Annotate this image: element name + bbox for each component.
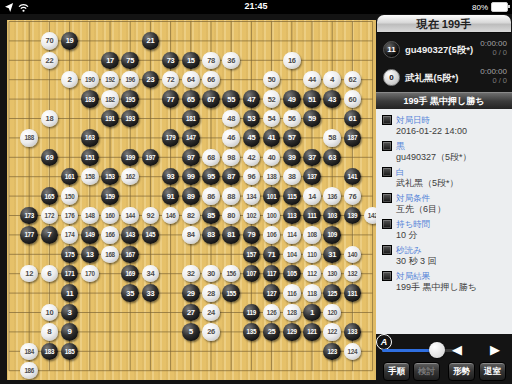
- white-player-name: 武礼黑(5段*): [405, 72, 458, 85]
- clock-time: 21:45: [0, 1, 512, 11]
- white-stone-move-82: 82: [182, 207, 200, 225]
- black-stone-move-17: 17: [101, 52, 119, 70]
- black-stone-move-69: 69: [41, 149, 59, 167]
- black-stone-move-147: 147: [182, 129, 200, 147]
- black-captures-badge: 11: [383, 41, 400, 58]
- white-stone-move-30: 30: [202, 265, 220, 283]
- white-stone-move-112: 112: [303, 265, 321, 283]
- leave-room-button[interactable]: 退室: [479, 362, 506, 381]
- black-stone-move-113: 113: [283, 207, 301, 225]
- black-stone-move-105: 105: [283, 265, 301, 283]
- black-stone-move-83: 83: [202, 226, 220, 244]
- black-stone-move-127: 127: [263, 284, 281, 302]
- white-stone-move-120: 120: [323, 304, 341, 322]
- black-stone-move-19: 19: [61, 32, 79, 50]
- white-stone-move-114: 114: [283, 226, 301, 244]
- white-stone-move-136: 136: [323, 187, 341, 205]
- black-stone-move-47: 47: [243, 90, 261, 108]
- black-stone-move-89: 89: [182, 187, 200, 205]
- info-item-black: 黒 gu490327（5段*）: [382, 141, 512, 163]
- black-stone-move-59: 59: [303, 110, 321, 128]
- black-stone-move-51: 51: [303, 90, 321, 108]
- black-stone-move-79: 79: [243, 226, 261, 244]
- black-stone-move-11: 11: [61, 284, 79, 302]
- white-stone-move-68: 68: [202, 149, 220, 167]
- black-stone-move-133: 133: [344, 323, 362, 341]
- white-stone-move-8: 8: [41, 323, 59, 341]
- black-stone-move-25: 25: [263, 323, 281, 341]
- white-stone-move-76: 76: [344, 187, 362, 205]
- info-item-main-time: 持ち時間 10 分: [382, 219, 512, 241]
- result-bar: 199手 黒中押し勝ち: [376, 92, 512, 110]
- white-stone-move-174: 174: [61, 226, 79, 244]
- white-stone-move-24: 24: [202, 304, 220, 322]
- white-stone-move-148: 148: [81, 207, 99, 225]
- white-stone-move-86: 86: [202, 187, 220, 205]
- black-stone-move-189: 189: [81, 90, 99, 108]
- black-stone-move-151: 151: [81, 149, 99, 167]
- white-stone-move-192: 192: [101, 71, 119, 89]
- white-stone-move-26: 26: [202, 323, 220, 341]
- bottom-button-row: 手順 検討 形勢 退室: [376, 362, 512, 384]
- white-stone-move-118: 118: [303, 284, 321, 302]
- board-frame-bottom: [0, 380, 376, 384]
- white-stone-move-188: 188: [20, 129, 38, 147]
- battery-icon: [491, 2, 508, 12]
- black-stone-move-99: 99: [182, 168, 200, 186]
- white-player-time: 0:00:00 0 / 0: [480, 67, 507, 85]
- white-stone-move-52: 52: [263, 90, 281, 108]
- white-stone-move-122: 122: [323, 323, 341, 341]
- app-window: 21:45 80% 701921221775731578361621901921…: [0, 0, 512, 384]
- black-stone-move-77: 77: [162, 90, 180, 108]
- black-stone-move-129: 129: [283, 323, 301, 341]
- black-stone-move-137: 137: [303, 168, 321, 186]
- white-stone-move-32: 32: [182, 265, 200, 283]
- info-item-white: 白 武礼黑（5段*）: [382, 167, 512, 189]
- next-move-button[interactable]: ▶: [488, 342, 502, 358]
- black-stone-move-121: 121: [303, 323, 321, 341]
- black-stone-move-103: 103: [323, 207, 341, 225]
- black-stone-move-63: 63: [323, 149, 341, 167]
- black-stone-move-41: 41: [263, 129, 281, 147]
- info-item-conditions: 対局条件 互先（6目）: [382, 193, 512, 215]
- black-stone-move-39: 39: [283, 149, 301, 167]
- black-stone-move-135: 135: [243, 323, 261, 341]
- status-bar: 21:45 80%: [0, 0, 512, 14]
- black-stone-move-95: 95: [202, 168, 220, 186]
- battery-percent: 80%: [472, 3, 488, 12]
- white-stone-move-56: 56: [283, 110, 301, 128]
- black-stone-move-159: 159: [101, 187, 119, 205]
- black-player-time: 0:00:00 0 / 0: [480, 39, 507, 57]
- white-stone-move-28: 28: [202, 284, 220, 302]
- black-stone-move-101: 101: [263, 187, 281, 205]
- black-stone-move-9: 9: [61, 323, 79, 341]
- auto-play-button[interactable]: A: [376, 334, 392, 350]
- white-stone-move-184: 184: [20, 343, 38, 361]
- black-stone-move-173: 173: [20, 207, 38, 225]
- white-stone-move-166: 166: [101, 226, 119, 244]
- white-stone-move-150: 150: [61, 187, 79, 205]
- white-stone-move-160: 160: [101, 207, 119, 225]
- black-player-name: gu490327(5段*): [405, 44, 473, 57]
- black-stone-move-143: 143: [121, 226, 139, 244]
- white-stone-move-110: 110: [303, 246, 321, 264]
- black-stone-move-123: 123: [323, 343, 341, 361]
- white-stone-move-16: 16: [283, 52, 301, 70]
- white-stone-move-22: 22: [41, 52, 59, 70]
- white-stone-move-42: 42: [243, 149, 261, 167]
- info-item-date: 対局日時 2016-01-22 14:00: [382, 115, 512, 137]
- black-stone-move-115: 115: [283, 187, 301, 205]
- white-stone-move-70: 70: [41, 32, 59, 50]
- black-stone-move-199: 199: [121, 149, 139, 167]
- white-stone-move-46: 46: [222, 129, 240, 147]
- black-stone-move-33: 33: [142, 284, 160, 302]
- white-stone-move-88: 88: [222, 187, 240, 205]
- black-stone-move-49: 49: [283, 90, 301, 108]
- black-stone-move-145: 145: [142, 226, 160, 244]
- board-bullet-icon: [382, 219, 392, 229]
- sidebar: 現在 199手 11 gu490327(5段*) 0:00:00 0 / 0 0…: [376, 14, 512, 384]
- white-stone-move-182: 182: [101, 90, 119, 108]
- game-info-panel: 対局日時 2016-01-22 14:00 黒 gu490327（5段*） 白 …: [376, 109, 512, 334]
- black-stone-move-183: 183: [41, 343, 59, 361]
- black-stone-move-15: 15: [182, 52, 200, 70]
- black-stone-move-13: 13: [81, 246, 99, 264]
- black-stone-move-7: 7: [41, 226, 59, 244]
- current-move-header: 現在 199手: [377, 15, 511, 33]
- white-stone-move-144: 144: [121, 207, 139, 225]
- black-stone-move-153: 153: [101, 168, 119, 186]
- white-stone-move-124: 124: [344, 343, 362, 361]
- white-stone-move-84: 84: [182, 226, 200, 244]
- white-stone-move-64: 64: [182, 71, 200, 89]
- black-stone-move-45: 45: [243, 129, 261, 147]
- white-stone-move-108: 108: [303, 226, 321, 244]
- black-stone-move-109: 109: [323, 226, 341, 244]
- black-stone-move-21: 21: [142, 32, 160, 50]
- black-stone-move-149: 149: [81, 226, 99, 244]
- board-bullet-icon: [382, 141, 392, 151]
- board-bullet-icon: [382, 193, 392, 203]
- white-stone-move-98: 98: [222, 149, 240, 167]
- board-bullet-icon: [382, 167, 392, 177]
- black-stone-move-57: 57: [283, 129, 301, 147]
- white-stone-move-134: 134: [243, 187, 261, 205]
- black-stone-move-43: 43: [323, 90, 341, 108]
- white-stone-move-44: 44: [303, 71, 321, 89]
- white-captures-badge: 0: [383, 69, 400, 86]
- black-stone-move-177: 177: [20, 226, 38, 244]
- black-stone-move-163: 163: [81, 129, 99, 147]
- black-stone-move-193: 193: [121, 110, 139, 128]
- black-stone-move-65: 65: [182, 90, 200, 108]
- white-stone-move-104: 104: [283, 246, 301, 264]
- black-stone-move-197: 197: [142, 149, 160, 167]
- black-stone-move-131: 131: [344, 284, 362, 302]
- black-stone-move-97: 97: [182, 149, 200, 167]
- evaluation-button[interactable]: 形勢: [448, 362, 475, 381]
- white-stone-move-80: 80: [222, 207, 240, 225]
- white-stone-move-106: 106: [263, 226, 281, 244]
- go-board: 7019212217757315783616219019219623726466…: [0, 14, 376, 384]
- board-bullet-icon: [382, 271, 392, 281]
- white-stone-move-58: 58: [323, 129, 341, 147]
- white-stone-move-14: 14: [303, 187, 321, 205]
- black-stone-move-75: 75: [121, 52, 139, 70]
- white-stone-move-38: 38: [283, 168, 301, 186]
- playback-controls: ◀ A ▶: [376, 334, 512, 360]
- black-stone-move-155: 155: [222, 284, 240, 302]
- white-stone-move-140: 140: [344, 246, 362, 264]
- black-stone-move-35: 35: [121, 284, 139, 302]
- black-stone-move-179: 179: [162, 129, 180, 147]
- moves-button[interactable]: 手順: [383, 362, 410, 381]
- white-stone-move-168: 168: [101, 246, 119, 264]
- black-stone-move-191: 191: [101, 110, 119, 128]
- white-stone-move-128: 128: [283, 304, 301, 322]
- white-stone-move-48: 48: [222, 110, 240, 128]
- black-stone-move-157: 157: [243, 246, 261, 264]
- black-stone-move-85: 85: [202, 207, 220, 225]
- white-stone-move-116: 116: [283, 284, 301, 302]
- player-row-black: 11 gu490327(5段*) 0:00:00 0 / 0: [376, 35, 512, 62]
- info-item-result: 対局結果 199手 黒中押し勝ち: [382, 271, 512, 293]
- black-stone-move-29: 29: [182, 284, 200, 302]
- white-stone-move-66: 66: [202, 71, 220, 89]
- black-stone-move-1: 1: [303, 304, 321, 322]
- black-stone-move-125: 125: [323, 284, 341, 302]
- black-stone-move-195: 195: [121, 90, 139, 108]
- white-stone-move-142: 142: [364, 207, 376, 225]
- board-bullet-icon: [382, 245, 392, 255]
- player-row-white: 0 武礼黑(5段*) 0:00:00 0 / 0: [376, 63, 512, 90]
- black-stone-move-181: 181: [182, 110, 200, 128]
- white-stone-move-36: 36: [222, 52, 240, 70]
- white-stone-move-170: 170: [81, 265, 99, 283]
- black-stone-move-5: 5: [182, 323, 200, 341]
- white-stone-move-60: 60: [344, 90, 362, 108]
- info-item-byoyomi: 秒読み 30 秒 3 回: [382, 245, 512, 267]
- black-stone-move-55: 55: [222, 90, 240, 108]
- move-slider-knob[interactable]: [429, 342, 445, 358]
- black-stone-move-31: 31: [323, 246, 341, 264]
- black-stone-move-167: 167: [121, 246, 139, 264]
- board-frame-left: [0, 14, 7, 384]
- black-stone-move-27: 27: [182, 304, 200, 322]
- review-button[interactable]: 検討: [413, 362, 440, 381]
- black-stone-move-165: 165: [41, 187, 59, 205]
- white-stone-move-190: 190: [81, 71, 99, 89]
- black-stone-move-67: 67: [202, 90, 220, 108]
- board-bullet-icon: [382, 115, 392, 125]
- prev-move-button[interactable]: ◀: [450, 342, 464, 358]
- black-stone-move-37: 37: [303, 149, 321, 167]
- black-stone-move-111: 111: [303, 207, 321, 225]
- black-stone-move-81: 81: [222, 226, 240, 244]
- board-frame-top: [0, 14, 376, 20]
- white-stone-move-78: 78: [202, 52, 220, 70]
- black-stone-move-187: 187: [344, 129, 362, 147]
- white-stone-move-158: 158: [81, 168, 99, 186]
- black-stone-move-91: 91: [162, 187, 180, 205]
